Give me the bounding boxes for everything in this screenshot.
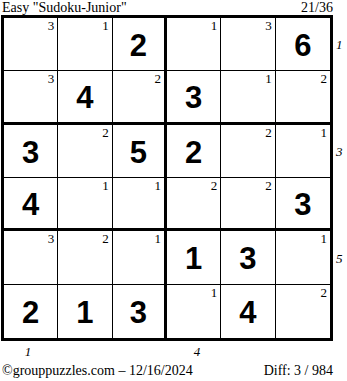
cell-r6c3[interactable]: 3 [113,285,167,338]
pencil-mark: 2 [320,285,327,301]
cell-r2c2[interactable]: 4 [58,71,112,124]
cell-r2c3[interactable]: 2 [113,71,167,124]
given-digit: 6 [294,30,311,61]
cell-r6c6[interactable]: 2 [276,285,330,338]
given-digit: 1 [185,243,202,274]
cell-r4c6[interactable]: 3 [276,178,330,231]
pencil-mark: 3 [48,71,55,87]
given-digit: 2 [130,30,147,61]
pencil-mark: 3 [48,18,55,34]
pencil-mark: 2 [265,178,272,194]
given-digit: 2 [22,297,39,328]
puzzle-title: Easy "Sudoku-Junior" [2,0,127,15]
given-digit: 2 [185,137,202,168]
cell-r4c2[interactable]: 1 [58,178,112,231]
cell-r4c1[interactable]: 4 [4,178,58,231]
pencil-mark: 2 [265,125,272,141]
given-digit: 3 [22,137,39,168]
given-digit: 3 [130,297,147,328]
pencil-mark: 1 [211,18,218,34]
cell-r5c4[interactable]: 1 [167,231,221,284]
cell-r6c5[interactable]: 4 [221,285,275,338]
cell-r3c6[interactable]: 1 [276,125,330,178]
row-label-3: 3 [336,144,346,159]
given-digit: 3 [239,243,256,274]
cell-r4c4[interactable]: 2 [167,178,221,231]
cell-r2c4[interactable]: 3 [167,71,221,124]
pencil-mark: 1 [102,178,109,194]
puzzle-page: Easy "Sudoku-Junior" 21/36 3121363423123… [0,0,347,381]
given-digit: 1 [76,297,93,328]
cell-r2c5[interactable]: 1 [221,71,275,124]
cell-r3c2[interactable]: 2 [58,125,112,178]
given-digit: 4 [76,82,93,113]
cell-r4c5[interactable]: 2 [221,178,275,231]
pencil-mark: 3 [265,18,272,34]
given-digit: 4 [22,189,39,220]
cell-r6c2[interactable]: 1 [58,285,112,338]
sudoku-grid: 312136342312325221411223321131213142 [1,15,333,341]
pencil-mark: 2 [320,71,327,87]
cell-r1c5[interactable]: 3 [221,18,275,71]
cell-r5c2[interactable]: 2 [58,231,112,284]
given-digit: 3 [185,82,202,113]
cell-r4c3[interactable]: 1 [113,178,167,231]
pencil-mark: 1 [211,285,218,301]
cell-r1c4[interactable]: 1 [167,18,221,71]
cell-r6c1[interactable]: 2 [4,285,58,338]
pencil-mark: 2 [154,71,161,87]
cell-r5c3[interactable]: 1 [113,231,167,284]
cell-r5c5[interactable]: 3 [221,231,275,284]
cell-r1c6[interactable]: 6 [276,18,330,71]
pencil-mark: 1 [265,71,272,87]
difficulty-rating: Diff: 3 / 984 [264,363,333,378]
pencil-mark: 1 [154,178,161,194]
progress-counter: 21/36 [301,0,333,15]
cell-r3c5[interactable]: 2 [221,125,275,178]
cell-r5c1[interactable]: 3 [4,231,58,284]
row-label-5: 5 [336,251,346,266]
cell-r2c1[interactable]: 3 [4,71,58,124]
pencil-mark: 1 [320,231,327,247]
cell-r3c3[interactable]: 5 [113,125,167,178]
pencil-mark: 2 [102,125,109,141]
col-label-4: 4 [191,344,203,359]
given-digit: 4 [239,297,256,328]
cell-r2c6[interactable]: 2 [276,71,330,124]
given-digit: 3 [294,189,311,220]
cell-r6c4[interactable]: 1 [167,285,221,338]
cell-r3c4[interactable]: 2 [167,125,221,178]
cell-r1c3[interactable]: 2 [113,18,167,71]
pencil-mark: 1 [320,125,327,141]
cell-r5c6[interactable]: 1 [276,231,330,284]
cell-r1c2[interactable]: 1 [58,18,112,71]
copyright-date: ©grouppuzzles.com – 12/16/2024 [2,363,193,378]
cell-r1c1[interactable]: 3 [4,18,58,71]
pencil-mark: 3 [48,231,55,247]
given-digit: 5 [130,137,147,168]
pencil-mark: 2 [102,231,109,247]
row-label-1: 1 [336,37,346,52]
pencil-mark: 1 [154,231,161,247]
pencil-mark: 1 [102,18,109,34]
col-label-1: 1 [22,344,34,359]
pencil-mark: 2 [211,178,218,194]
cell-r3c1[interactable]: 3 [4,125,58,178]
